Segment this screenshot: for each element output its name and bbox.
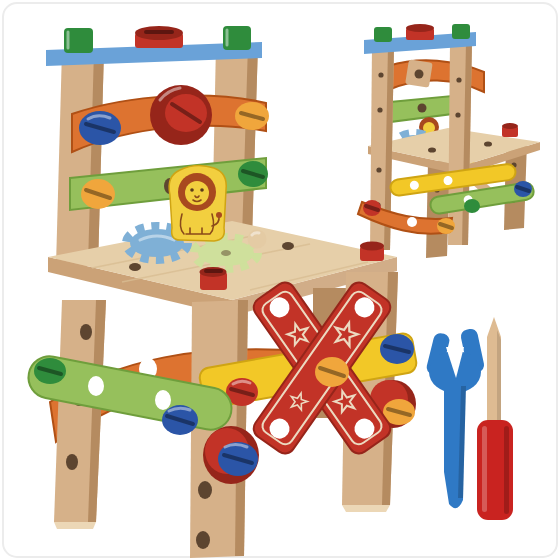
lion-tile [169, 165, 226, 241]
sc-screw-green [464, 199, 480, 213]
seat-cap-red-right [360, 242, 384, 262]
sc-plank-hole [418, 104, 427, 113]
screw-blue-yellow-plank [380, 334, 414, 364]
screwdriver [477, 317, 513, 520]
wrench-jaw [425, 328, 485, 393]
nut-red-blue-bolt [203, 426, 259, 484]
screw-green-lower [34, 358, 66, 384]
main-chair [25, 26, 418, 558]
sc-cap-left [374, 27, 392, 42]
screwdriver-handle [477, 420, 513, 520]
screwdriver-shaft [487, 317, 501, 424]
toy-illustration [0, 0, 560, 560]
small-chair [358, 24, 540, 258]
screw-blue-lower [162, 405, 198, 435]
seat-cap-red-front [200, 267, 228, 290]
screw-orange-back [81, 179, 115, 209]
screw-green-back [238, 161, 268, 187]
bolt-large-red [150, 85, 212, 145]
leg-left [54, 300, 106, 529]
sc-knob-red [406, 24, 434, 40]
wrench [425, 328, 485, 509]
sc-seat-cap-red [502, 123, 518, 137]
knob-red-top [135, 26, 183, 48]
sc-cap-right [452, 24, 470, 39]
sc-square-nut [405, 59, 433, 87]
screw-blue-back [79, 111, 121, 145]
product-photo [0, 0, 560, 560]
screw-yellow-center [315, 357, 349, 387]
screw-yellow-back [235, 102, 269, 130]
